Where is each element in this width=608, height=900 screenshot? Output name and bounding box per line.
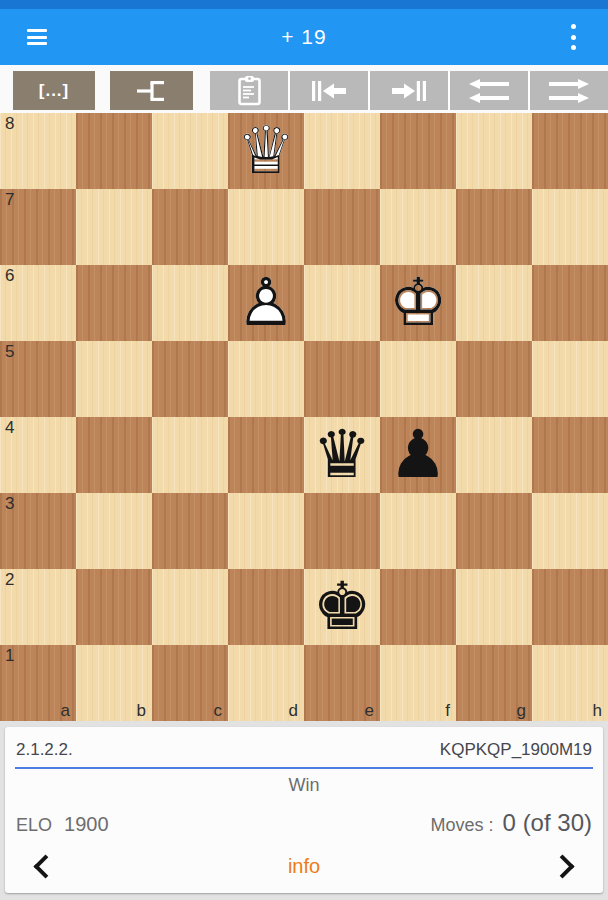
square-a2[interactable]: 2 bbox=[0, 569, 76, 645]
square-f4[interactable]: ♟ bbox=[380, 417, 456, 493]
variations-button[interactable]: [...] bbox=[13, 71, 95, 110]
square-h1[interactable]: h bbox=[532, 645, 608, 721]
double-left-arrows-icon bbox=[467, 78, 511, 104]
rank-label-5: 5 bbox=[5, 342, 14, 362]
file-label-f: f bbox=[445, 701, 450, 721]
square-f1[interactable]: f bbox=[380, 645, 456, 721]
piece-white-king-f6: ♚ bbox=[380, 265, 456, 341]
next-moves-button[interactable] bbox=[530, 71, 608, 110]
square-e8[interactable] bbox=[304, 113, 380, 189]
square-g8[interactable] bbox=[456, 113, 532, 189]
go-to-start-button[interactable] bbox=[290, 71, 368, 110]
puzzle-card: 2.1.2.2. KQPKQP_1900M19 Win ELO 1900 Mov… bbox=[5, 727, 603, 893]
square-d7[interactable] bbox=[228, 189, 304, 265]
square-h5[interactable] bbox=[532, 341, 608, 417]
square-e7[interactable] bbox=[304, 189, 380, 265]
square-f8[interactable] bbox=[380, 113, 456, 189]
rank-label-8: 8 bbox=[5, 114, 14, 134]
variations-label: [...] bbox=[39, 81, 70, 101]
underline-divider bbox=[15, 767, 593, 769]
square-e4[interactable]: ♛ bbox=[304, 417, 380, 493]
status-bar bbox=[0, 0, 608, 9]
file-label-g: g bbox=[517, 701, 526, 721]
square-g1[interactable]: g bbox=[456, 645, 532, 721]
square-f7[interactable] bbox=[380, 189, 456, 265]
rank-label-7: 7 bbox=[5, 190, 14, 210]
square-a7[interactable]: 7 bbox=[0, 189, 76, 265]
square-f6[interactable]: ♚♔ bbox=[380, 265, 456, 341]
square-e5[interactable] bbox=[304, 341, 380, 417]
file-label-a: a bbox=[61, 701, 70, 721]
moves-value: 0 (of 30) bbox=[503, 809, 592, 837]
square-a1[interactable]: 1a bbox=[0, 645, 76, 721]
piece-white-queen-d8: ♛ bbox=[228, 113, 304, 189]
overflow-menu-icon[interactable] bbox=[571, 24, 576, 50]
elo-value: 1900 bbox=[64, 813, 109, 836]
square-c8[interactable] bbox=[152, 113, 228, 189]
piece-outline-king-f6: ♔ bbox=[380, 265, 456, 341]
square-b7[interactable] bbox=[76, 189, 152, 265]
square-c4[interactable] bbox=[152, 417, 228, 493]
next-puzzle-chevron-icon[interactable] bbox=[550, 854, 574, 878]
square-c3[interactable] bbox=[152, 493, 228, 569]
piece-outline-pawn-d6: ♙ bbox=[228, 265, 304, 341]
square-g5[interactable] bbox=[456, 341, 532, 417]
square-f2[interactable] bbox=[380, 569, 456, 645]
square-g4[interactable] bbox=[456, 417, 532, 493]
square-d8[interactable]: ♛♕ bbox=[228, 113, 304, 189]
elo-label: ELO bbox=[16, 815, 52, 836]
square-b2[interactable] bbox=[76, 569, 152, 645]
clipboard-icon bbox=[237, 75, 262, 106]
square-d4[interactable] bbox=[228, 417, 304, 493]
nav-button-strip bbox=[210, 71, 608, 110]
piece-outline-queen-d8: ♕ bbox=[228, 113, 304, 189]
puzzle-set-name: KQPKQP_1900M19 bbox=[440, 740, 592, 760]
square-h2[interactable] bbox=[532, 569, 608, 645]
moves-label: Moves : bbox=[431, 815, 494, 836]
previous-puzzle-chevron-icon[interactable] bbox=[33, 854, 57, 878]
square-d2[interactable] bbox=[228, 569, 304, 645]
square-c2[interactable] bbox=[152, 569, 228, 645]
info-panel: 2.1.2.2. KQPKQP_1900M19 Win ELO 1900 Mov… bbox=[0, 721, 608, 900]
piece-black-queen-e4: ♛ bbox=[304, 417, 380, 493]
square-e3[interactable] bbox=[304, 493, 380, 569]
square-h3[interactable] bbox=[532, 493, 608, 569]
square-b8[interactable] bbox=[76, 113, 152, 189]
square-g3[interactable] bbox=[456, 493, 532, 569]
square-b1[interactable]: b bbox=[76, 645, 152, 721]
puzzle-path: 2.1.2.2. bbox=[16, 740, 73, 760]
square-g6[interactable] bbox=[456, 265, 532, 341]
square-c7[interactable] bbox=[152, 189, 228, 265]
square-a6[interactable]: 6 bbox=[0, 265, 76, 341]
piece-black-king-e2: ♚ bbox=[304, 569, 380, 645]
file-label-c: c bbox=[214, 701, 223, 721]
square-d1[interactable]: d bbox=[228, 645, 304, 721]
file-label-d: d bbox=[289, 701, 298, 721]
rank-label-3: 3 bbox=[5, 494, 14, 514]
square-a8[interactable]: 8 bbox=[0, 113, 76, 189]
piece-white-pawn-d6: ♟ bbox=[228, 265, 304, 341]
rank-label-6: 6 bbox=[5, 266, 14, 286]
square-c1[interactable]: c bbox=[152, 645, 228, 721]
engine-line-icon bbox=[136, 79, 168, 103]
square-d5[interactable] bbox=[228, 341, 304, 417]
app-bar: + 19 bbox=[0, 9, 608, 65]
notation-button[interactable] bbox=[210, 71, 288, 110]
rank-label-2: 2 bbox=[5, 570, 14, 590]
square-b5[interactable] bbox=[76, 341, 152, 417]
square-b4[interactable] bbox=[76, 417, 152, 493]
double-right-arrows-icon bbox=[547, 78, 591, 104]
square-g2[interactable] bbox=[456, 569, 532, 645]
go-to-end-button[interactable] bbox=[370, 71, 448, 110]
square-e1[interactable]: e bbox=[304, 645, 380, 721]
file-label-e: e bbox=[365, 701, 374, 721]
square-g7[interactable] bbox=[456, 189, 532, 265]
square-d3[interactable] bbox=[228, 493, 304, 569]
rank-label-4: 4 bbox=[5, 418, 14, 438]
square-b6[interactable] bbox=[76, 265, 152, 341]
square-c6[interactable] bbox=[152, 265, 228, 341]
chess-board: 8♛♕76♟♙♚♔54♛♟32♚1abcdefgh bbox=[0, 113, 608, 721]
skip-to-start-icon bbox=[310, 79, 348, 103]
square-h7[interactable] bbox=[532, 189, 608, 265]
square-h8[interactable] bbox=[532, 113, 608, 189]
file-label-h: h bbox=[593, 701, 602, 721]
page-title: + 19 bbox=[0, 25, 608, 49]
square-a5[interactable]: 5 bbox=[0, 341, 76, 417]
square-e6[interactable] bbox=[304, 265, 380, 341]
square-c5[interactable] bbox=[152, 341, 228, 417]
toolbar: [...] bbox=[0, 65, 608, 113]
goal-text: Win bbox=[5, 775, 603, 796]
square-f5[interactable] bbox=[380, 341, 456, 417]
square-h4[interactable] bbox=[532, 417, 608, 493]
square-a4[interactable]: 4 bbox=[0, 417, 76, 493]
square-d6[interactable]: ♟♙ bbox=[228, 265, 304, 341]
chess-app-screen: + 19 [...] bbox=[0, 0, 608, 900]
square-a3[interactable]: 3 bbox=[0, 493, 76, 569]
square-f3[interactable] bbox=[380, 493, 456, 569]
square-h6[interactable] bbox=[532, 265, 608, 341]
skip-to-end-icon bbox=[390, 79, 428, 103]
piece-black-pawn-f4: ♟ bbox=[380, 417, 456, 493]
engine-line-button[interactable] bbox=[110, 71, 193, 110]
square-b3[interactable] bbox=[76, 493, 152, 569]
info-link[interactable]: info bbox=[288, 855, 320, 878]
square-e2[interactable]: ♚ bbox=[304, 569, 380, 645]
prev-moves-button[interactable] bbox=[450, 71, 528, 110]
rank-label-1: 1 bbox=[5, 646, 14, 666]
file-label-b: b bbox=[137, 701, 146, 721]
